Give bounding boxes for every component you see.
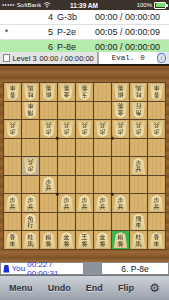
piece-kanji: 兵	[136, 166, 142, 172]
piece-sente-5g[interactable]: 歩兵	[77, 195, 92, 211]
move-row[interactable]: *5P-2e00:05 / 00:00:09	[0, 25, 169, 40]
square-4a[interactable]	[94, 83, 111, 101]
square-3h[interactable]	[112, 213, 129, 231]
square-7i[interactable]: 銀将	[40, 231, 57, 249]
black-piece-icon	[3, 265, 10, 273]
piece-kanji: 車	[28, 103, 34, 109]
piece-kanji: 兵	[82, 204, 88, 210]
piece-sente-2i[interactable]: 桂馬	[131, 232, 146, 248]
square-6h[interactable]	[58, 213, 75, 231]
square-5i[interactable]: 王将	[76, 231, 93, 249]
piece-kanji: 香	[10, 91, 16, 97]
square-3b[interactable]: 金将	[112, 102, 129, 120]
piece-kanji: 車	[154, 85, 160, 91]
square-1a[interactable]: 香車	[148, 83, 165, 101]
piece-kanji: 将	[82, 241, 88, 247]
status-left: ●●●●● SoftBank	[0, 0, 70, 10]
current-move-box: 6. P-8e	[101, 262, 169, 275]
piece-kanji: 銀	[118, 91, 124, 97]
piece-kanji: 兵	[82, 122, 88, 128]
square-6e[interactable]	[58, 157, 75, 175]
piece-gote-2c[interactable]: 歩兵	[131, 121, 146, 137]
square-6a[interactable]: 金将	[58, 83, 75, 101]
info-icon[interactable]: i	[157, 53, 166, 63]
piece-kanji: 桂	[136, 91, 142, 97]
piece-kanji: 兵	[154, 204, 160, 210]
piece-kanji: 馬	[136, 85, 142, 91]
piece-sente-4g[interactable]: 歩兵	[95, 195, 110, 211]
piece-gote-9c[interactable]: 歩兵	[5, 121, 20, 137]
piece-kanji: 銀	[46, 91, 52, 97]
move-label: 6	[13, 42, 53, 52]
square-7a[interactable]: 銀将	[40, 83, 57, 101]
square-6i[interactable]: 金将	[58, 231, 75, 249]
move-time: 00:00 / 00:00:00	[95, 12, 160, 22]
square-4i[interactable]: 金将	[94, 231, 111, 249]
square-3e[interactable]	[112, 157, 129, 175]
square-1c[interactable]: 歩兵	[148, 120, 165, 138]
piece-kanji: 行	[28, 222, 34, 228]
piece-kanji: 桂	[28, 91, 34, 97]
clock-label: 11:39 AM	[70, 2, 98, 9]
level-checkbox[interactable]	[3, 54, 10, 62]
piece-gote-7c[interactable]: 歩兵	[41, 121, 56, 137]
square-7b[interactable]	[40, 102, 57, 120]
square-2d[interactable]	[130, 139, 147, 157]
piece-gote-8b[interactable]: 飛車	[23, 102, 38, 118]
menu-button[interactable]: Menu	[9, 283, 33, 293]
status-bar: ●●●●● SoftBank 11:39 AM 100%	[0, 0, 169, 10]
square-3i[interactable]: 銀将	[112, 231, 129, 249]
piece-sente-2h[interactable]: 飛車	[131, 214, 146, 230]
square-9d[interactable]	[4, 139, 21, 157]
piece-kanji: 将	[82, 85, 88, 91]
engine-bar: Level 3 00:00 / 00:00:00 Eval. 0 i	[0, 52, 169, 64]
piece-gote-2a[interactable]: 桂馬	[131, 84, 146, 100]
flip-button[interactable]: Flip	[118, 283, 134, 293]
square-7d[interactable]	[40, 139, 57, 157]
piece-gote-3a[interactable]: 銀将	[113, 84, 128, 100]
piece-kanji: 車	[136, 222, 142, 228]
piece-gote-1a[interactable]: 香車	[149, 84, 164, 100]
square-9a[interactable]: 香車	[4, 83, 21, 101]
square-3d[interactable]	[112, 139, 129, 157]
piece-kanji: 兵	[46, 185, 52, 191]
square-8c[interactable]	[22, 120, 39, 138]
piece-kanji: 兵	[10, 122, 16, 128]
square-2c[interactable]: 歩兵	[130, 120, 147, 138]
square-6f[interactable]	[58, 176, 75, 194]
piece-kanji: 飛	[28, 110, 34, 116]
piece-kanji: 将	[64, 241, 70, 247]
square-8g[interactable]: 歩兵	[22, 194, 39, 212]
piece-kanji: 金	[118, 110, 124, 116]
piece-kanji: 歩	[118, 128, 124, 134]
piece-sente-5i[interactable]: 王将	[77, 232, 92, 248]
square-4e[interactable]	[94, 157, 111, 175]
square-7e[interactable]	[40, 157, 57, 175]
level-time: 00:00 / 00:00:00	[40, 54, 94, 63]
square-1i[interactable]: 香車	[148, 231, 165, 249]
piece-sente-6i[interactable]: 金将	[59, 232, 74, 248]
player-bar-gap	[84, 262, 101, 275]
piece-kanji: 歩	[154, 128, 160, 134]
square-8a[interactable]: 桂馬	[22, 83, 39, 101]
piece-sente-3g[interactable]: 歩兵	[113, 195, 128, 211]
square-9f[interactable]	[4, 176, 21, 194]
piece-gote-5c[interactable]: 歩兵	[77, 121, 92, 137]
eval-box: Eval. 0	[99, 52, 156, 64]
square-3c[interactable]: 歩兵	[112, 120, 129, 138]
piece-kanji: 金	[64, 91, 70, 97]
square-4d[interactable]	[94, 139, 111, 157]
piece-kanji: 兵	[28, 159, 34, 165]
piece-kanji: 歩	[136, 128, 142, 134]
piece-sente-3i[interactable]: 銀将	[113, 232, 128, 248]
move-label: G-3b	[57, 12, 85, 22]
square-8e[interactable]: 歩兵	[22, 157, 39, 175]
square-5c[interactable]: 歩兵	[76, 120, 93, 138]
piece-kanji: 兵	[46, 122, 52, 128]
piece-kanji: 将	[64, 85, 70, 91]
square-2f[interactable]	[130, 176, 147, 194]
move-label: *	[0, 27, 13, 37]
square-7f[interactable]: 歩兵	[40, 176, 57, 194]
piece-kanji: 車	[10, 85, 16, 91]
star-point	[111, 193, 114, 196]
square-9g[interactable]: 歩兵	[4, 194, 21, 212]
piece-kanji: 歩	[28, 165, 34, 171]
square-3f[interactable]	[112, 176, 129, 194]
shogi-app: ●●●●● SoftBank 11:39 AM 100% 4G-3b00:00 …	[0, 0, 169, 300]
move-row[interactable]: 4G-3b00:00 / 00:00:00	[0, 10, 169, 25]
square-5a[interactable]: 玉将	[76, 83, 93, 101]
square-4h[interactable]	[94, 213, 111, 231]
piece-kanji: 車	[154, 241, 160, 247]
square-5b[interactable]	[76, 102, 93, 120]
piece-gote-2b[interactable]: 角行	[131, 102, 146, 118]
piece-kanji: 兵	[64, 204, 70, 210]
piece-sente-9g[interactable]: 歩兵	[5, 195, 20, 211]
square-1f[interactable]	[148, 176, 165, 194]
piece-kanji: 行	[136, 103, 142, 109]
piece-kanji: 角	[136, 110, 142, 116]
square-9c[interactable]: 歩兵	[4, 120, 21, 138]
carrier-label: SoftBank	[17, 2, 41, 8]
status-right: 100%	[98, 2, 169, 9]
square-9h[interactable]	[4, 213, 21, 231]
piece-gote-7a[interactable]: 銀将	[41, 84, 56, 100]
square-5f[interactable]	[76, 176, 93, 194]
player-bar: You 00:22 / 00:00:31 6. P-8e	[0, 262, 169, 275]
piece-kanji: 馬	[28, 241, 34, 247]
piece-gote-5a[interactable]: 玉将	[77, 84, 92, 100]
piece-kanji: 兵	[64, 122, 70, 128]
level-label: Level 3	[12, 54, 36, 63]
piece-kanji: 兵	[100, 204, 106, 210]
piece-kanji: 兵	[10, 204, 16, 210]
shogi-board: 香車桂馬銀将金将玉将銀将桂馬香車飛車金将角行歩兵歩兵歩兵歩兵歩兵歩兵歩兵歩兵歩兵…	[3, 82, 166, 250]
square-2h[interactable]: 飛車	[130, 213, 147, 231]
piece-kanji: 兵	[28, 204, 34, 210]
battery-icon	[154, 2, 166, 9]
piece-gote-8e[interactable]: 歩兵	[23, 158, 38, 174]
piece-kanji: 将	[46, 85, 52, 91]
square-8d[interactable]	[22, 139, 39, 157]
move-label: 5	[13, 27, 53, 37]
square-5e[interactable]	[76, 157, 93, 175]
toolbar: Menu Undo End Flip ⚙	[0, 275, 169, 300]
piece-kanji: 兵	[100, 122, 106, 128]
square-6d[interactable]	[58, 139, 75, 157]
piece-sente-4i[interactable]: 金将	[95, 232, 110, 248]
piece-gote-1c[interactable]: 歩兵	[149, 121, 164, 137]
piece-kanji: 香	[154, 91, 160, 97]
move-label: P-2e	[57, 27, 85, 37]
square-8f[interactable]	[22, 176, 39, 194]
move-label: P-8e	[57, 42, 85, 52]
piece-sente-8h[interactable]: 角行	[23, 214, 38, 230]
piece-kanji: 歩	[82, 128, 88, 134]
move-time: 00:05 / 00:00:09	[95, 27, 160, 37]
piece-kanji: 馬	[28, 85, 34, 91]
player-clock-box: You 00:22 / 00:00:31	[0, 262, 84, 275]
piece-kanji: 歩	[64, 128, 70, 134]
square-4c[interactable]: 歩兵	[94, 120, 111, 138]
wifi-icon	[43, 1, 51, 9]
piece-kanji: 歩	[46, 128, 52, 134]
square-8h[interactable]: 角行	[22, 213, 39, 231]
square-1g[interactable]: 歩兵	[148, 194, 165, 212]
square-9i[interactable]: 香車	[4, 231, 21, 249]
piece-kanji: 車	[10, 241, 16, 247]
star-point	[56, 137, 59, 140]
end-button[interactable]: End	[86, 283, 103, 293]
piece-sente-8g[interactable]: 歩兵	[23, 195, 38, 211]
square-7c[interactable]: 歩兵	[40, 120, 57, 138]
piece-gote-3c[interactable]: 歩兵	[113, 121, 128, 137]
square-1h[interactable]	[148, 213, 165, 231]
move-time: 00:00 / 00:00:00	[95, 42, 160, 52]
signal-strength-icon: ●●●●●	[2, 0, 15, 10]
piece-sente-7f[interactable]: 歩兵	[41, 177, 56, 193]
piece-kanji: 兵	[118, 204, 124, 210]
piece-kanji: 兵	[136, 122, 142, 128]
square-6g[interactable]: 歩兵	[58, 194, 75, 212]
square-7g[interactable]	[40, 194, 57, 212]
star-point	[56, 193, 59, 196]
square-3a[interactable]: 銀将	[112, 83, 129, 101]
square-5h[interactable]	[76, 213, 93, 231]
move-label: 4	[13, 12, 53, 22]
square-2b[interactable]: 角行	[130, 102, 147, 120]
eval-value: 0	[140, 54, 145, 62]
square-1d[interactable]	[148, 139, 165, 157]
star-point	[111, 137, 114, 140]
piece-kanji: 将	[118, 241, 124, 247]
player-name: You	[12, 264, 26, 273]
square-2g[interactable]	[130, 194, 147, 212]
piece-sente-7i[interactable]: 銀将	[41, 232, 56, 248]
piece-gote-6c[interactable]: 歩兵	[59, 121, 74, 137]
move-list: 4G-3b00:00 / 00:00:00*5P-2e00:05 / 00:00…	[0, 10, 169, 52]
gear-icon[interactable]: ⚙	[149, 276, 160, 300]
piece-sente-6g[interactable]: 歩兵	[59, 195, 74, 211]
piece-sente-2e[interactable]: 歩兵	[131, 158, 146, 174]
undo-button[interactable]: Undo	[48, 283, 71, 293]
piece-kanji: 兵	[118, 122, 124, 128]
square-7h[interactable]	[40, 213, 57, 231]
square-6b[interactable]	[58, 102, 75, 120]
square-3g[interactable]: 歩兵	[112, 194, 129, 212]
square-6c[interactable]: 歩兵	[58, 120, 75, 138]
square-4b[interactable]	[94, 102, 111, 120]
piece-kanji: 将	[118, 103, 124, 109]
piece-sente-8i[interactable]: 桂馬	[23, 232, 38, 248]
piece-kanji: 玉	[82, 91, 88, 97]
piece-kanji: 歩	[10, 128, 16, 134]
piece-sente-1g[interactable]: 歩兵	[149, 195, 164, 211]
piece-sente-9i[interactable]: 香車	[5, 232, 20, 248]
piece-gote-8a[interactable]: 桂馬	[23, 84, 38, 100]
square-5g[interactable]: 歩兵	[76, 194, 93, 212]
square-1e[interactable]	[148, 157, 165, 175]
square-8i[interactable]: 桂馬	[22, 231, 39, 249]
piece-gote-3b[interactable]: 金将	[113, 102, 128, 118]
piece-kanji: 将	[118, 85, 124, 91]
piece-kanji: 将	[100, 241, 106, 247]
square-1b[interactable]	[148, 102, 165, 120]
square-2a[interactable]: 桂馬	[130, 83, 147, 101]
piece-gote-6a[interactable]: 金将	[59, 84, 74, 100]
battery-percent-label: 100%	[137, 2, 152, 8]
square-2e[interactable]: 歩兵	[130, 157, 147, 175]
square-5d[interactable]	[76, 139, 93, 157]
square-4f[interactable]	[94, 176, 111, 194]
piece-kanji: 将	[46, 241, 52, 247]
piece-kanji: 歩	[100, 128, 106, 134]
square-8b[interactable]: 飛車	[22, 102, 39, 120]
square-4g[interactable]: 歩兵	[94, 194, 111, 212]
piece-gote-9a[interactable]: 香車	[5, 84, 20, 100]
piece-gote-4c[interactable]: 歩兵	[95, 121, 110, 137]
square-9e[interactable]	[4, 157, 21, 175]
piece-kanji: 馬	[136, 241, 142, 247]
eval-label: Eval.	[112, 54, 135, 62]
square-2i[interactable]: 桂馬	[130, 231, 147, 249]
piece-sente-1i[interactable]: 香車	[149, 232, 164, 248]
square-9b[interactable]	[4, 102, 21, 120]
piece-kanji: 兵	[154, 122, 160, 128]
